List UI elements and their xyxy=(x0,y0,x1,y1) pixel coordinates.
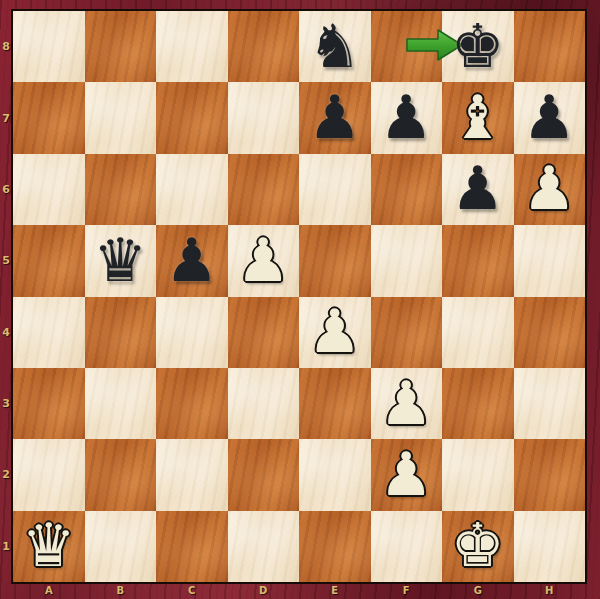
square-a1[interactable]: ♛ xyxy=(13,511,85,582)
square-e4[interactable]: ♟ xyxy=(299,297,371,368)
chess-board: ♞♚♟♟♝♟♟♟♛♟♟♟♟♟♛♚ xyxy=(13,11,585,582)
file-label-b: B xyxy=(85,583,157,598)
square-c3[interactable] xyxy=(156,368,228,439)
file-label-f: F xyxy=(371,583,443,598)
square-d2[interactable] xyxy=(228,439,300,510)
piece-black-pawn-c5[interactable]: ♟ xyxy=(165,230,219,290)
file-label-a: A xyxy=(13,583,85,598)
piece-white-king-g1[interactable]: ♚ xyxy=(451,515,505,575)
square-e7[interactable]: ♟ xyxy=(299,82,371,153)
square-g6[interactable]: ♟ xyxy=(442,154,514,225)
rank-label-5: 5 xyxy=(0,225,12,296)
square-h2[interactable] xyxy=(514,439,586,510)
square-g4[interactable] xyxy=(442,297,514,368)
square-b6[interactable] xyxy=(85,154,157,225)
piece-black-queen-b5[interactable]: ♛ xyxy=(93,230,147,290)
square-d5[interactable]: ♟ xyxy=(228,225,300,296)
file-label-e: E xyxy=(299,583,371,598)
square-c5[interactable]: ♟ xyxy=(156,225,228,296)
rank-label-8: 8 xyxy=(0,11,12,82)
file-label-h: H xyxy=(514,583,586,598)
chess-board-app: ♞♚♟♟♝♟♟♟♛♟♟♟♟♟♛♚ 87654321ABCDEFGH xyxy=(0,0,600,599)
piece-white-queen-a1[interactable]: ♛ xyxy=(22,515,76,575)
piece-white-pawn-f2[interactable]: ♟ xyxy=(379,444,433,504)
square-a3[interactable] xyxy=(13,368,85,439)
square-d1[interactable] xyxy=(228,511,300,582)
square-h5[interactable] xyxy=(514,225,586,296)
rank-label-3: 3 xyxy=(0,368,12,439)
square-f8[interactable] xyxy=(371,11,443,82)
square-g2[interactable] xyxy=(442,439,514,510)
square-b4[interactable] xyxy=(85,297,157,368)
square-g8[interactable]: ♚ xyxy=(442,11,514,82)
square-d3[interactable] xyxy=(228,368,300,439)
square-c6[interactable] xyxy=(156,154,228,225)
square-h8[interactable] xyxy=(514,11,586,82)
square-a6[interactable] xyxy=(13,154,85,225)
square-c8[interactable] xyxy=(156,11,228,82)
piece-black-pawn-h7[interactable]: ♟ xyxy=(522,87,576,147)
square-g7[interactable]: ♝ xyxy=(442,82,514,153)
square-e5[interactable] xyxy=(299,225,371,296)
piece-white-pawn-h6[interactable]: ♟ xyxy=(522,158,576,218)
square-b3[interactable] xyxy=(85,368,157,439)
rank-label-2: 2 xyxy=(0,439,12,510)
piece-black-king-g8[interactable]: ♚ xyxy=(451,16,505,76)
piece-black-pawn-f7[interactable]: ♟ xyxy=(379,87,433,147)
square-a7[interactable] xyxy=(13,82,85,153)
piece-white-bishop-g7[interactable]: ♝ xyxy=(451,87,505,147)
square-f6[interactable] xyxy=(371,154,443,225)
square-c7[interactable] xyxy=(156,82,228,153)
square-g3[interactable] xyxy=(442,368,514,439)
square-c1[interactable] xyxy=(156,511,228,582)
square-a2[interactable] xyxy=(13,439,85,510)
square-e1[interactable] xyxy=(299,511,371,582)
square-d8[interactable] xyxy=(228,11,300,82)
square-b1[interactable] xyxy=(85,511,157,582)
piece-black-pawn-g6[interactable]: ♟ xyxy=(451,158,505,218)
square-d4[interactable] xyxy=(228,297,300,368)
file-label-g: G xyxy=(442,583,514,598)
square-h4[interactable] xyxy=(514,297,586,368)
piece-white-pawn-e4[interactable]: ♟ xyxy=(308,301,362,361)
square-f3[interactable]: ♟ xyxy=(371,368,443,439)
square-f7[interactable]: ♟ xyxy=(371,82,443,153)
square-d7[interactable] xyxy=(228,82,300,153)
square-e6[interactable] xyxy=(299,154,371,225)
square-e2[interactable] xyxy=(299,439,371,510)
square-h1[interactable] xyxy=(514,511,586,582)
square-e3[interactable] xyxy=(299,368,371,439)
square-b8[interactable] xyxy=(85,11,157,82)
square-h7[interactable]: ♟ xyxy=(514,82,586,153)
square-c2[interactable] xyxy=(156,439,228,510)
piece-black-knight-e8[interactable]: ♞ xyxy=(308,16,362,76)
rank-label-7: 7 xyxy=(0,82,12,153)
square-f4[interactable] xyxy=(371,297,443,368)
piece-white-pawn-f3[interactable]: ♟ xyxy=(379,373,433,433)
square-h6[interactable]: ♟ xyxy=(514,154,586,225)
rank-label-4: 4 xyxy=(0,297,12,368)
file-label-c: C xyxy=(156,583,228,598)
piece-black-pawn-e7[interactable]: ♟ xyxy=(308,87,362,147)
rank-label-6: 6 xyxy=(0,154,12,225)
square-a4[interactable] xyxy=(13,297,85,368)
square-c4[interactable] xyxy=(156,297,228,368)
square-e8[interactable]: ♞ xyxy=(299,11,371,82)
square-b5[interactable]: ♛ xyxy=(85,225,157,296)
square-d6[interactable] xyxy=(228,154,300,225)
square-a8[interactable] xyxy=(13,11,85,82)
square-a5[interactable] xyxy=(13,225,85,296)
square-f5[interactable] xyxy=(371,225,443,296)
square-f2[interactable]: ♟ xyxy=(371,439,443,510)
file-label-d: D xyxy=(228,583,300,598)
square-g5[interactable] xyxy=(442,225,514,296)
rank-label-1: 1 xyxy=(0,511,12,582)
square-f1[interactable] xyxy=(371,511,443,582)
square-b7[interactable] xyxy=(85,82,157,153)
square-b2[interactable] xyxy=(85,439,157,510)
piece-white-pawn-d5[interactable]: ♟ xyxy=(236,230,290,290)
square-h3[interactable] xyxy=(514,368,586,439)
square-g1[interactable]: ♚ xyxy=(442,511,514,582)
